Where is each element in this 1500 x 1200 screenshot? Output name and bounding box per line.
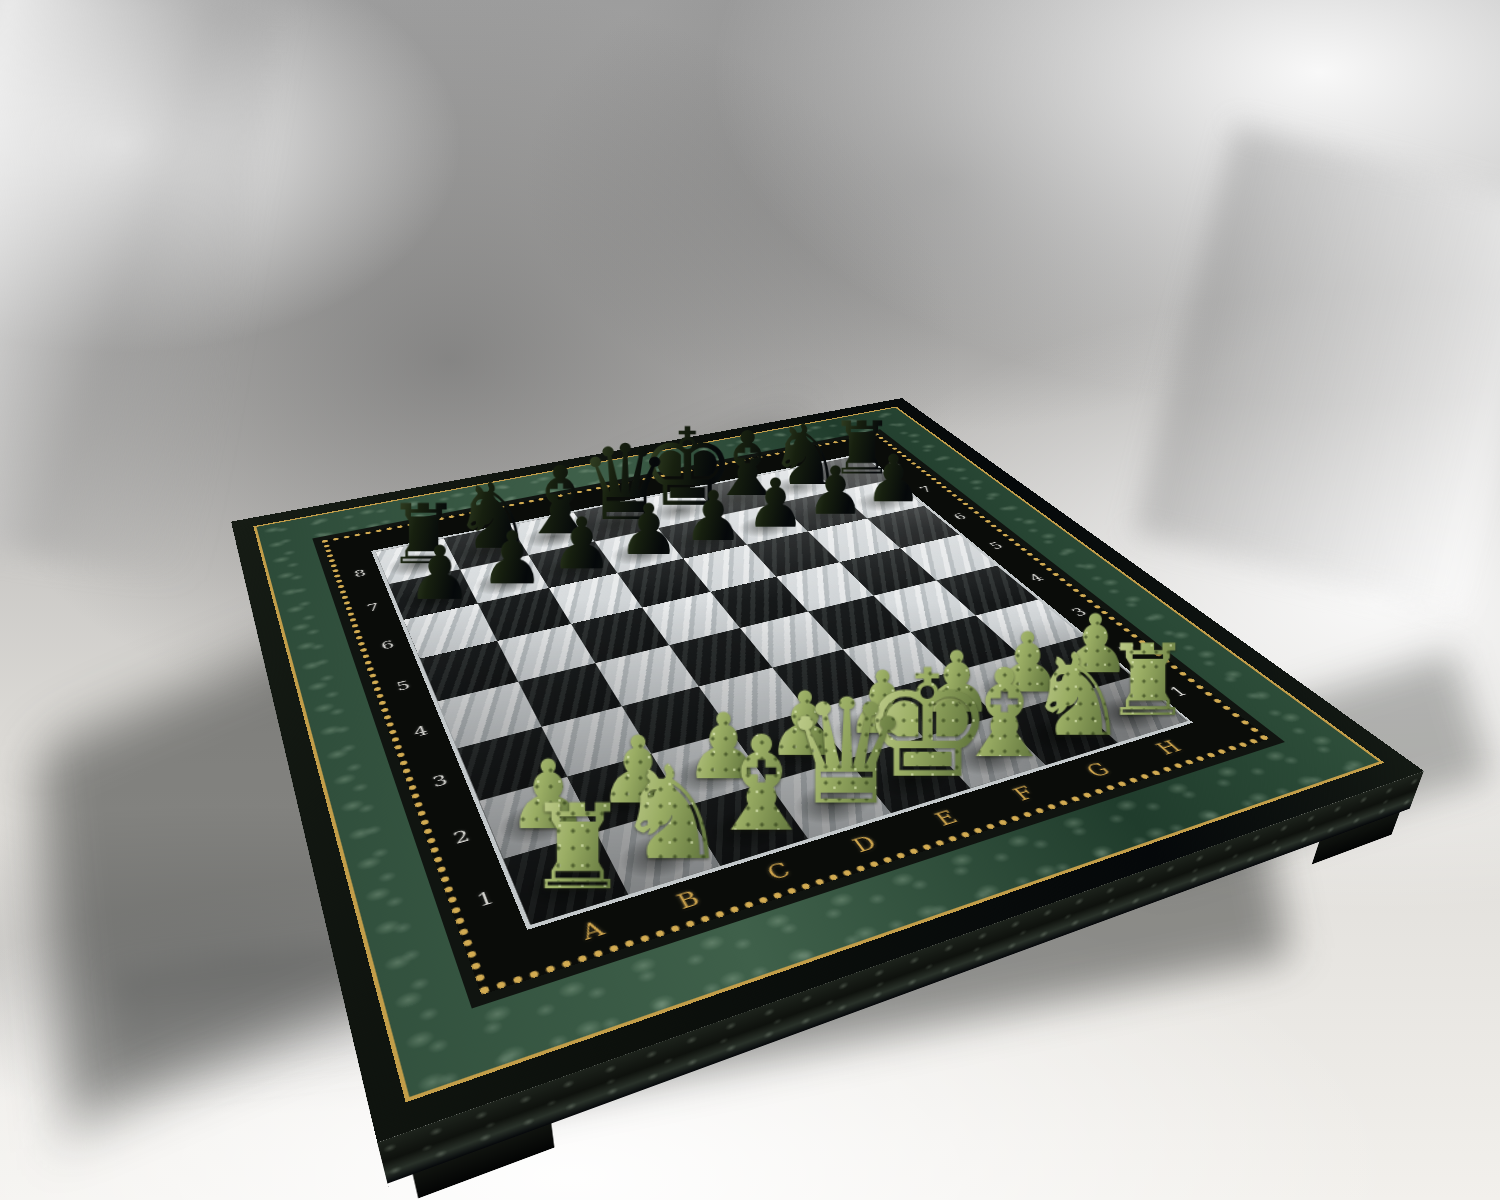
piece-black-pawn[interactable]: ♟: [480, 524, 545, 593]
piece-white-knight[interactable]: ♞: [614, 752, 730, 875]
piece-black-pawn[interactable]: ♟: [682, 484, 744, 549]
piece-black-pawn[interactable]: ♟: [864, 448, 922, 510]
piece-black-pawn[interactable]: ♟: [745, 472, 806, 536]
piece-black-pawn[interactable]: ♟: [407, 538, 474, 609]
piece-black-pawn[interactable]: ♟: [550, 510, 614, 578]
scene: 87654321 87654321 ABCDEFGH ♜♞♝♛♚♝♞♜♟♟♟♟♟…: [0, 0, 1500, 1200]
board-field: ♜♞♝♛♚♝♞♜♟♟♟♟♟♟♟♟♟♟♟♟♟♟♟♟♜♞♝♛♚♝♞♜: [371, 453, 1193, 930]
rank-label-6: 6: [363, 622, 413, 669]
piece-black-pawn[interactable]: ♟: [806, 460, 866, 523]
piece-black-pawn[interactable]: ♟: [617, 497, 680, 564]
piece-white-rook[interactable]: ♜: [525, 793, 630, 904]
